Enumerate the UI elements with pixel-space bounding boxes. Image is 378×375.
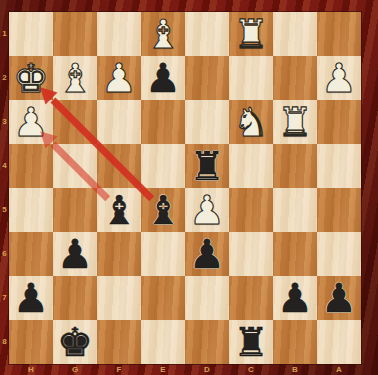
rank-label-7: 7 (0, 276, 9, 320)
square-e4[interactable] (141, 144, 185, 188)
piece-br-d4[interactable]: ♜ (185, 144, 229, 188)
piece-wb-e1[interactable]: ♝ (141, 12, 185, 56)
square-f8[interactable] (97, 320, 141, 364)
file-label-b: B (273, 364, 317, 375)
square-f3[interactable] (97, 100, 141, 144)
square-e2[interactable]: ♟ (141, 56, 185, 100)
rank-label-4: 4 (0, 144, 9, 188)
square-h2[interactable]: ♚ (9, 56, 53, 100)
rank-label-1: 1 (0, 12, 9, 56)
square-h7[interactable]: ♟ (9, 276, 53, 320)
piece-wr-b3[interactable]: ♜ (273, 100, 317, 144)
rank-label-6: 6 (0, 232, 9, 276)
square-d7[interactable] (185, 276, 229, 320)
piece-wk-h2[interactable]: ♚ (9, 56, 53, 100)
square-h8[interactable] (9, 320, 53, 364)
square-b5[interactable] (273, 188, 317, 232)
file-label-d: D (185, 364, 229, 375)
square-b4[interactable] (273, 144, 317, 188)
square-h3[interactable]: ♟ (9, 100, 53, 144)
square-a2[interactable]: ♟ (317, 56, 361, 100)
square-e1[interactable]: ♝ (141, 12, 185, 56)
file-label-g: G (53, 364, 97, 375)
square-g2[interactable]: ♝ (53, 56, 97, 100)
square-g1[interactable] (53, 12, 97, 56)
square-e6[interactable] (141, 232, 185, 276)
square-a4[interactable] (317, 144, 361, 188)
file-label-h: H (9, 364, 53, 375)
rank-label-8: 8 (0, 320, 9, 364)
piece-wp-d5[interactable]: ♟ (185, 188, 229, 232)
square-h1[interactable] (9, 12, 53, 56)
square-c1[interactable]: ♜ (229, 12, 273, 56)
chess-board-frame: ♝♜♚♝♟♟♟♟♞♜♜♝♝♟♟♟♟♟♟♚♜ 12345678HGFEDCBA (0, 0, 378, 375)
square-f5[interactable]: ♝ (97, 188, 141, 232)
square-f1[interactable] (97, 12, 141, 56)
file-label-e: E (141, 364, 185, 375)
file-label-f: F (97, 364, 141, 375)
rank-label-3: 3 (0, 100, 9, 144)
square-c5[interactable] (229, 188, 273, 232)
square-g5[interactable] (53, 188, 97, 232)
square-f6[interactable] (97, 232, 141, 276)
piece-bp-g6[interactable]: ♟ (53, 232, 97, 276)
square-g8[interactable]: ♚ (53, 320, 97, 364)
square-d4[interactable]: ♜ (185, 144, 229, 188)
square-c3[interactable]: ♞ (229, 100, 273, 144)
rank-label-5: 5 (0, 188, 9, 232)
piece-wb-g2[interactable]: ♝ (53, 56, 97, 100)
file-label-a: A (317, 364, 361, 375)
square-b1[interactable] (273, 12, 317, 56)
square-a1[interactable] (317, 12, 361, 56)
piece-bb-e5[interactable]: ♝ (141, 188, 185, 232)
square-a8[interactable] (317, 320, 361, 364)
square-a6[interactable] (317, 232, 361, 276)
square-c7[interactable] (229, 276, 273, 320)
square-e8[interactable] (141, 320, 185, 364)
square-c2[interactable] (229, 56, 273, 100)
square-b7[interactable]: ♟ (273, 276, 317, 320)
square-d2[interactable] (185, 56, 229, 100)
piece-br-c8[interactable]: ♜ (229, 320, 273, 364)
square-d3[interactable] (185, 100, 229, 144)
square-b6[interactable] (273, 232, 317, 276)
piece-bp-a7[interactable]: ♟ (317, 276, 361, 320)
square-g6[interactable]: ♟ (53, 232, 97, 276)
square-d1[interactable] (185, 12, 229, 56)
square-f7[interactable] (97, 276, 141, 320)
square-f2[interactable]: ♟ (97, 56, 141, 100)
square-a5[interactable] (317, 188, 361, 232)
square-b3[interactable]: ♜ (273, 100, 317, 144)
square-d8[interactable] (185, 320, 229, 364)
square-e5[interactable]: ♝ (141, 188, 185, 232)
square-a3[interactable] (317, 100, 361, 144)
chess-board: ♝♜♚♝♟♟♟♟♞♜♜♝♝♟♟♟♟♟♟♚♜ (9, 12, 361, 364)
piece-bp-d6[interactable]: ♟ (185, 232, 229, 276)
piece-bb-f5[interactable]: ♝ (97, 188, 141, 232)
square-c4[interactable] (229, 144, 273, 188)
square-b2[interactable] (273, 56, 317, 100)
piece-wp-a2[interactable]: ♟ (317, 56, 361, 100)
square-g3[interactable] (53, 100, 97, 144)
square-e7[interactable] (141, 276, 185, 320)
square-e3[interactable] (141, 100, 185, 144)
square-h4[interactable] (9, 144, 53, 188)
piece-bk-g8[interactable]: ♚ (53, 320, 97, 364)
rank-label-2: 2 (0, 56, 9, 100)
piece-bp-b7[interactable]: ♟ (273, 276, 317, 320)
piece-wp-h3[interactable]: ♟ (9, 100, 53, 144)
piece-bp-h7[interactable]: ♟ (9, 276, 53, 320)
file-label-c: C (229, 364, 273, 375)
square-f4[interactable] (97, 144, 141, 188)
square-c6[interactable] (229, 232, 273, 276)
square-g7[interactable] (53, 276, 97, 320)
piece-wr-c1[interactable]: ♜ (229, 12, 273, 56)
square-b8[interactable] (273, 320, 317, 364)
piece-wp-f2[interactable]: ♟ (97, 56, 141, 100)
square-d5[interactable]: ♟ (185, 188, 229, 232)
piece-wn-c3[interactable]: ♞ (229, 100, 273, 144)
square-h6[interactable] (9, 232, 53, 276)
square-d6[interactable]: ♟ (185, 232, 229, 276)
square-a7[interactable]: ♟ (317, 276, 361, 320)
square-g4[interactable] (53, 144, 97, 188)
square-h5[interactable] (9, 188, 53, 232)
piece-bp-e2[interactable]: ♟ (141, 56, 185, 100)
square-c8[interactable]: ♜ (229, 320, 273, 364)
